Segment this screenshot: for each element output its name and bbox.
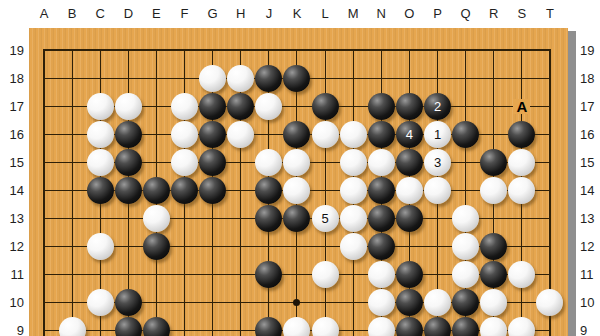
black-stone[interactable] — [368, 177, 395, 204]
white-stone[interactable] — [340, 121, 367, 148]
white-stone-move-3[interactable]: 3 — [424, 149, 451, 176]
black-stone[interactable] — [255, 177, 282, 204]
black-stone[interactable] — [255, 261, 282, 288]
white-stone[interactable] — [508, 149, 535, 176]
white-stone[interactable] — [87, 121, 114, 148]
column-label: F — [174, 7, 196, 20]
white-stone[interactable] — [255, 149, 282, 176]
white-stone[interactable] — [480, 317, 507, 336]
row-label-left: 12 — [0, 240, 24, 253]
white-stone[interactable] — [396, 177, 423, 204]
row-label-right: 15 — [580, 156, 600, 169]
black-stone[interactable] — [255, 205, 282, 232]
black-stone[interactable] — [452, 289, 479, 316]
white-stone[interactable] — [87, 289, 114, 316]
white-stone[interactable] — [340, 149, 367, 176]
column-label: C — [89, 7, 111, 20]
column-label: B — [61, 7, 83, 20]
row-label-left: 9 — [0, 324, 24, 336]
black-stone[interactable] — [368, 233, 395, 260]
white-stone[interactable] — [171, 93, 198, 120]
white-stone[interactable] — [283, 177, 310, 204]
white-stone[interactable] — [368, 289, 395, 316]
column-label: J — [258, 7, 280, 20]
row-label-left: 10 — [0, 296, 24, 309]
star-point — [293, 299, 300, 306]
black-stone[interactable] — [199, 93, 226, 120]
grid-line-vertical — [43, 49, 45, 336]
column-label: N — [370, 7, 392, 20]
white-stone[interactable] — [340, 177, 367, 204]
black-stone[interactable] — [115, 177, 142, 204]
black-stone[interactable] — [143, 177, 170, 204]
white-stone[interactable] — [452, 261, 479, 288]
black-stone[interactable] — [368, 121, 395, 148]
white-stone[interactable] — [340, 233, 367, 260]
white-stone[interactable] — [368, 149, 395, 176]
white-stone[interactable] — [283, 149, 310, 176]
column-label: A — [33, 7, 55, 20]
black-stone[interactable] — [480, 149, 507, 176]
black-stone[interactable] — [368, 205, 395, 232]
letter-annotation: A — [513, 99, 530, 114]
column-label: E — [145, 7, 167, 20]
black-stone-move-2[interactable]: 2 — [424, 93, 451, 120]
board-overlay: 24135AABCDEFGHJKLMNOPQRST191918181717161… — [0, 0, 600, 336]
white-stone[interactable] — [480, 289, 507, 316]
row-label-right: 18 — [580, 72, 600, 85]
row-label-left: 18 — [0, 72, 24, 85]
black-stone[interactable] — [115, 289, 142, 316]
black-stone[interactable] — [396, 205, 423, 232]
column-label: M — [342, 7, 364, 20]
row-label-right: 13 — [580, 212, 600, 225]
white-stone[interactable] — [227, 65, 254, 92]
row-label-right: 10 — [580, 296, 600, 309]
white-stone-move-1[interactable]: 1 — [424, 121, 451, 148]
white-stone[interactable] — [87, 93, 114, 120]
column-label: R — [483, 7, 505, 20]
column-label: G — [202, 7, 224, 20]
column-label: P — [427, 7, 449, 20]
white-stone-move-5[interactable]: 5 — [312, 205, 339, 232]
white-stone[interactable] — [480, 177, 507, 204]
grid-line-vertical — [72, 49, 73, 336]
white-stone[interactable] — [452, 205, 479, 232]
white-stone[interactable] — [340, 205, 367, 232]
white-stone[interactable] — [312, 317, 339, 336]
column-label: K — [286, 7, 308, 20]
white-stone[interactable] — [424, 289, 451, 316]
black-stone[interactable] — [508, 121, 535, 148]
row-label-left: 16 — [0, 128, 24, 141]
white-stone[interactable] — [255, 93, 282, 120]
black-stone[interactable] — [199, 121, 226, 148]
white-stone[interactable] — [87, 233, 114, 260]
white-stone[interactable] — [508, 177, 535, 204]
black-stone[interactable] — [171, 177, 198, 204]
white-stone[interactable] — [115, 93, 142, 120]
black-stone[interactable] — [115, 149, 142, 176]
white-stone[interactable] — [199, 65, 226, 92]
black-stone[interactable] — [424, 317, 451, 336]
black-stone[interactable] — [312, 93, 339, 120]
black-stone[interactable] — [480, 261, 507, 288]
black-stone[interactable] — [283, 121, 310, 148]
white-stone[interactable] — [508, 317, 535, 336]
black-stone[interactable] — [283, 65, 310, 92]
black-stone[interactable] — [115, 317, 142, 336]
white-stone[interactable] — [368, 317, 395, 336]
white-stone[interactable] — [452, 233, 479, 260]
row-label-right: 19 — [580, 44, 600, 57]
white-stone[interactable] — [143, 205, 170, 232]
white-stone[interactable] — [227, 121, 254, 148]
black-stone[interactable] — [115, 121, 142, 148]
white-stone[interactable] — [508, 261, 535, 288]
black-stone[interactable] — [227, 93, 254, 120]
black-stone[interactable] — [452, 121, 479, 148]
column-label: Q — [455, 7, 477, 20]
black-stone[interactable] — [143, 317, 170, 336]
column-label: L — [314, 7, 336, 20]
black-stone[interactable] — [255, 65, 282, 92]
black-stone[interactable] — [396, 93, 423, 120]
white-stone[interactable] — [283, 317, 310, 336]
black-stone[interactable] — [396, 149, 423, 176]
row-label-left: 15 — [0, 156, 24, 169]
black-stone[interactable] — [143, 233, 170, 260]
row-label-left: 14 — [0, 184, 24, 197]
row-label-right: 12 — [580, 240, 600, 253]
white-stone[interactable] — [424, 177, 451, 204]
black-stone[interactable] — [199, 149, 226, 176]
white-stone[interactable] — [87, 149, 114, 176]
white-stone[interactable] — [171, 121, 198, 148]
column-label: T — [539, 7, 561, 20]
white-stone[interactable] — [536, 289, 563, 316]
black-stone[interactable] — [87, 177, 114, 204]
black-stone[interactable] — [396, 261, 423, 288]
row-label-right: 11 — [580, 268, 600, 281]
column-label: D — [117, 7, 139, 20]
white-stone[interactable] — [312, 121, 339, 148]
black-stone[interactable] — [452, 317, 479, 336]
row-label-left: 13 — [0, 212, 24, 225]
black-stone[interactable] — [368, 93, 395, 120]
black-stone-move-4[interactable]: 4 — [396, 121, 423, 148]
row-label-left: 11 — [0, 268, 24, 281]
black-stone[interactable] — [283, 205, 310, 232]
row-label-left: 19 — [0, 44, 24, 57]
row-label-right: 17 — [580, 100, 600, 113]
column-label: S — [511, 7, 533, 20]
column-label: H — [230, 7, 252, 20]
go-diagram: 24135AABCDEFGHJKLMNOPQRST191918181717161… — [0, 0, 600, 336]
white-stone[interactable] — [312, 261, 339, 288]
black-stone[interactable] — [255, 317, 282, 336]
row-label-right: 14 — [580, 184, 600, 197]
black-stone[interactable] — [199, 177, 226, 204]
black-stone[interactable] — [396, 289, 423, 316]
black-stone[interactable] — [480, 233, 507, 260]
grid-line-horizontal — [43, 49, 551, 51]
row-label-right: 16 — [580, 128, 600, 141]
column-label: O — [398, 7, 420, 20]
white-stone[interactable] — [171, 149, 198, 176]
row-label-left: 17 — [0, 100, 24, 113]
black-stone[interactable] — [396, 317, 423, 336]
row-label-right: 9 — [580, 324, 600, 336]
white-stone[interactable] — [368, 261, 395, 288]
white-stone[interactable] — [59, 317, 86, 336]
